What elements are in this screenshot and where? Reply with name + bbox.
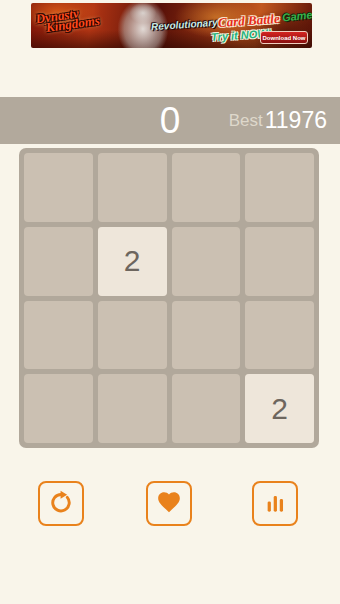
board-cell-r2c4 — [245, 227, 314, 296]
best-score-value: 11976 — [265, 107, 327, 134]
board-cell-r4c1 — [24, 374, 93, 443]
board-cell-r4c2 — [98, 374, 167, 443]
restart-icon — [48, 489, 74, 518]
board-cell-r3c3 — [172, 301, 241, 370]
bar-chart-icon — [262, 489, 288, 518]
board-cell-r4c4: 2 — [245, 374, 314, 443]
board-cell-r2c1 — [24, 227, 93, 296]
tile-2-r2c2: 2 — [98, 227, 167, 296]
bottom-toolbar — [0, 481, 340, 526]
best-score-label: Best — [229, 111, 263, 131]
board-cell-r3c2 — [98, 301, 167, 370]
board-cell-r1c3 — [172, 153, 241, 222]
board-cell-r1c1 — [24, 153, 93, 222]
board-cell-r1c4 — [245, 153, 314, 222]
tile-2-r4c4: 2 — [245, 374, 314, 443]
board-cell-r2c3 — [172, 227, 241, 296]
heart-icon — [156, 489, 182, 518]
best-score-group: Best 11976 — [229, 97, 327, 144]
game-board[interactable]: 22 — [19, 148, 319, 448]
ad-headline-revolutionary: Revolutionary — [151, 17, 218, 33]
score-bar: 0 Best 11976 — [0, 97, 340, 144]
board-cell-r3c1 — [24, 301, 93, 370]
board-cell-r1c2 — [98, 153, 167, 222]
ad-brand-logo: Dynasty Kingdoms — [35, 5, 100, 35]
ad-download-button[interactable]: Download Now — [260, 31, 308, 44]
ad-headline-game: Game — [281, 8, 312, 23]
ad-banner[interactable]: Dynasty Kingdoms Revolutionary Card Batt… — [31, 3, 312, 48]
stats-button[interactable] — [252, 481, 298, 526]
favorite-button[interactable] — [146, 481, 192, 526]
board-cell-r2c2: 2 — [98, 227, 167, 296]
restart-button[interactable] — [38, 481, 84, 526]
board-cell-r4c3 — [172, 374, 241, 443]
board-cell-r3c4 — [245, 301, 314, 370]
